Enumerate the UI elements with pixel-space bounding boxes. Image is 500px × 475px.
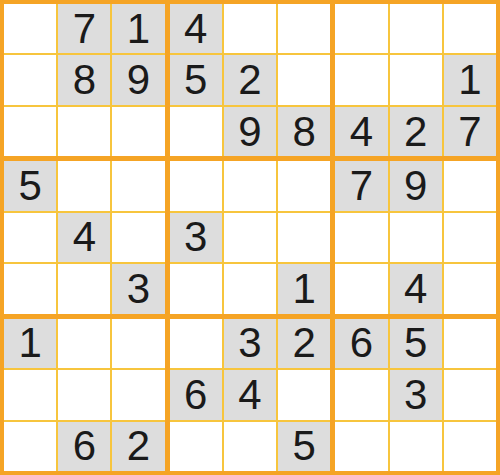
sudoku-box-4: 543 <box>4 161 165 313</box>
cell-r5c9[interactable] <box>444 213 496 262</box>
cell-r6c7[interactable] <box>335 264 387 313</box>
sudoku-board: 71894529814275433179416232645653 <box>0 0 500 475</box>
cell-r8c1[interactable] <box>4 370 56 419</box>
cell-r2c9: 1 <box>444 55 496 104</box>
cell-r4c1: 5 <box>4 161 56 210</box>
cell-r1c1[interactable] <box>4 4 56 53</box>
cell-r7c5: 3 <box>224 319 276 368</box>
cell-r2c1[interactable] <box>4 55 56 104</box>
cell-r2c5: 2 <box>224 55 276 104</box>
cell-r6c6: 1 <box>278 264 330 313</box>
cell-r5c5[interactable] <box>224 213 276 262</box>
cell-r7c2[interactable] <box>58 319 110 368</box>
cell-r3c4[interactable] <box>170 107 222 156</box>
cell-r5c6[interactable] <box>278 213 330 262</box>
cell-r3c2[interactable] <box>58 107 110 156</box>
sudoku-box-2: 45298 <box>170 4 331 156</box>
cell-r9c3: 2 <box>112 422 164 471</box>
cell-r6c8: 4 <box>390 264 442 313</box>
cell-r3c3[interactable] <box>112 107 164 156</box>
cell-r1c6[interactable] <box>278 4 330 53</box>
cell-r3c5: 9 <box>224 107 276 156</box>
sudoku-box-9: 653 <box>335 319 496 471</box>
cell-r9c7[interactable] <box>335 422 387 471</box>
cell-r6c4[interactable] <box>170 264 222 313</box>
cell-r4c4[interactable] <box>170 161 222 210</box>
cell-r7c1: 1 <box>4 319 56 368</box>
cell-r9c9[interactable] <box>444 422 496 471</box>
cell-r9c8[interactable] <box>390 422 442 471</box>
cell-r3c6: 8 <box>278 107 330 156</box>
cell-r5c4: 3 <box>170 213 222 262</box>
cell-r7c3[interactable] <box>112 319 164 368</box>
sudoku-box-6: 794 <box>335 161 496 313</box>
cell-r6c3: 3 <box>112 264 164 313</box>
cell-r5c2: 4 <box>58 213 110 262</box>
cell-r3c9: 7 <box>444 107 496 156</box>
cell-r8c6[interactable] <box>278 370 330 419</box>
cell-r3c8: 2 <box>390 107 442 156</box>
cell-r8c8: 3 <box>390 370 442 419</box>
cell-r1c5[interactable] <box>224 4 276 53</box>
cell-r3c1[interactable] <box>4 107 56 156</box>
sudoku-box-7: 162 <box>4 319 165 471</box>
cell-r6c9[interactable] <box>444 264 496 313</box>
cell-r1c8[interactable] <box>390 4 442 53</box>
sudoku-box-8: 32645 <box>170 319 331 471</box>
cell-r2c8[interactable] <box>390 55 442 104</box>
cell-r5c3[interactable] <box>112 213 164 262</box>
cell-r5c7[interactable] <box>335 213 387 262</box>
cell-r1c7[interactable] <box>335 4 387 53</box>
cell-r7c4[interactable] <box>170 319 222 368</box>
cell-r7c6: 2 <box>278 319 330 368</box>
cell-r2c6[interactable] <box>278 55 330 104</box>
cell-r9c1[interactable] <box>4 422 56 471</box>
cell-r7c9[interactable] <box>444 319 496 368</box>
cell-r5c1[interactable] <box>4 213 56 262</box>
cell-r4c9[interactable] <box>444 161 496 210</box>
cell-r2c7[interactable] <box>335 55 387 104</box>
cell-r6c5[interactable] <box>224 264 276 313</box>
cell-r6c2[interactable] <box>58 264 110 313</box>
sudoku-box-3: 1427 <box>335 4 496 156</box>
cell-r1c3: 1 <box>112 4 164 53</box>
sudoku-box-1: 7189 <box>4 4 165 156</box>
cell-r4c8: 9 <box>390 161 442 210</box>
sudoku-box-5: 31 <box>170 161 331 313</box>
cell-r5c8[interactable] <box>390 213 442 262</box>
cell-r8c3[interactable] <box>112 370 164 419</box>
cell-r8c5: 4 <box>224 370 276 419</box>
cell-r1c2: 7 <box>58 4 110 53</box>
cell-r2c4: 5 <box>170 55 222 104</box>
cell-r4c5[interactable] <box>224 161 276 210</box>
cell-r9c6: 5 <box>278 422 330 471</box>
cell-r2c2: 8 <box>58 55 110 104</box>
cell-r4c6[interactable] <box>278 161 330 210</box>
cell-r2c3: 9 <box>112 55 164 104</box>
cell-r1c4: 4 <box>170 4 222 53</box>
cell-r4c7: 7 <box>335 161 387 210</box>
cell-r9c5[interactable] <box>224 422 276 471</box>
cell-r4c2[interactable] <box>58 161 110 210</box>
cell-r8c7[interactable] <box>335 370 387 419</box>
cell-r1c9[interactable] <box>444 4 496 53</box>
cell-r4c3[interactable] <box>112 161 164 210</box>
cell-r3c7: 4 <box>335 107 387 156</box>
cell-r8c4: 6 <box>170 370 222 419</box>
cell-r7c7: 6 <box>335 319 387 368</box>
cell-r9c2: 6 <box>58 422 110 471</box>
cell-r7c8: 5 <box>390 319 442 368</box>
cell-r9c4[interactable] <box>170 422 222 471</box>
cell-r8c2[interactable] <box>58 370 110 419</box>
cell-r8c9[interactable] <box>444 370 496 419</box>
cell-r6c1[interactable] <box>4 264 56 313</box>
